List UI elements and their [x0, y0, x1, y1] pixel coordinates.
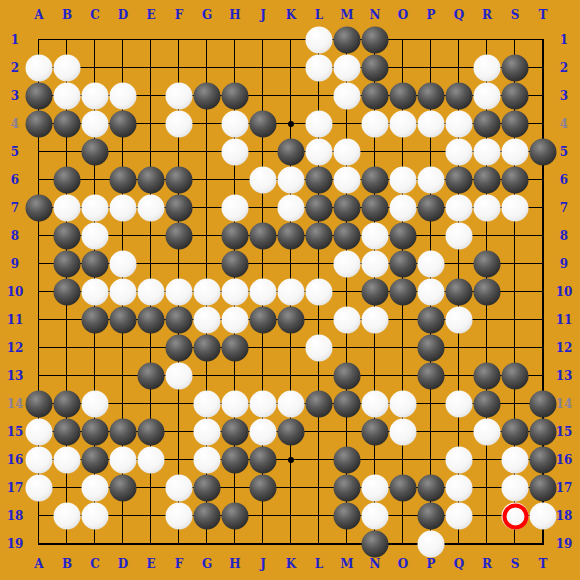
black-stone-B14: [54, 391, 81, 418]
row-label-left-12: 12: [7, 342, 24, 354]
black-stone-D11: [110, 307, 137, 334]
row-label-right-9: 9: [560, 258, 568, 270]
black-stone-M13: [334, 363, 361, 390]
col-label-top-F: F: [175, 9, 184, 21]
white-stone-N9: [362, 251, 389, 278]
col-label-bottom-M: M: [340, 558, 353, 570]
black-stone-D6: [110, 167, 137, 194]
row-label-right-14: 14: [556, 398, 573, 410]
black-stone-E11: [138, 307, 165, 334]
row-label-left-15: 15: [7, 426, 24, 438]
white-stone-P19: [418, 531, 445, 558]
black-stone-C11: [82, 307, 109, 334]
white-stone-J14: [250, 391, 277, 418]
black-stone-H9: [222, 251, 249, 278]
white-stone-N4: [362, 111, 389, 138]
black-stone-J11: [250, 307, 277, 334]
white-stone-A15: [26, 419, 53, 446]
white-stone-S5: [502, 139, 529, 166]
white-stone-Q5: [446, 139, 473, 166]
black-stone-P3: [418, 83, 445, 110]
black-stone-M16: [334, 447, 361, 474]
white-stone-M11: [334, 307, 361, 334]
col-label-top-G: G: [202, 9, 212, 21]
white-stone-F4: [166, 111, 193, 138]
white-stone-C18: [82, 503, 109, 530]
col-label-bottom-N: N: [370, 558, 381, 570]
black-stone-Q3: [446, 83, 473, 110]
white-stone-O7: [390, 195, 417, 222]
black-stone-L8: [306, 223, 333, 250]
col-label-bottom-E: E: [146, 558, 155, 570]
black-stone-P7: [418, 195, 445, 222]
white-stone-Q11: [446, 307, 473, 334]
black-stone-H12: [222, 335, 249, 362]
black-stone-O9: [390, 251, 417, 278]
col-label-bottom-K: K: [286, 558, 296, 570]
black-stone-H8: [222, 223, 249, 250]
row-label-left-9: 9: [11, 258, 19, 270]
black-stone-N3: [362, 83, 389, 110]
black-stone-S13: [502, 363, 529, 390]
black-stone-S2: [502, 55, 529, 82]
col-label-top-D: D: [118, 9, 128, 21]
black-stone-F8: [166, 223, 193, 250]
row-label-right-16: 16: [556, 454, 573, 466]
black-stone-R10: [474, 279, 501, 306]
black-stone-B6: [54, 167, 81, 194]
star-point-K16: [288, 457, 294, 463]
white-stone-G14: [194, 391, 221, 418]
black-stone-N7: [362, 195, 389, 222]
white-stone-N18: [362, 503, 389, 530]
col-label-bottom-H: H: [229, 558, 240, 570]
black-stone-A4: [26, 111, 53, 138]
black-stone-B8: [54, 223, 81, 250]
black-stone-F6: [166, 167, 193, 194]
black-stone-M14: [334, 391, 361, 418]
black-stone-P12: [418, 335, 445, 362]
white-stone-P10: [418, 279, 445, 306]
black-stone-K5: [278, 139, 305, 166]
white-stone-M2: [334, 55, 361, 82]
black-stone-M17: [334, 475, 361, 502]
white-stone-L10: [306, 279, 333, 306]
col-label-top-H: H: [229, 9, 240, 21]
black-stone-H3: [222, 83, 249, 110]
white-stone-H5: [222, 139, 249, 166]
white-stone-O4: [390, 111, 417, 138]
row-label-right-17: 17: [556, 482, 573, 494]
white-stone-B16: [54, 447, 81, 474]
black-stone-N1: [362, 27, 389, 54]
black-stone-E15: [138, 419, 165, 446]
col-label-bottom-B: B: [62, 558, 72, 570]
white-stone-K10: [278, 279, 305, 306]
black-stone-R6: [474, 167, 501, 194]
col-label-top-A: A: [34, 9, 43, 21]
black-stone-E13: [138, 363, 165, 390]
black-stone-S3: [502, 83, 529, 110]
row-label-right-5: 5: [560, 146, 568, 158]
black-stone-L14: [306, 391, 333, 418]
black-stone-J4: [250, 111, 277, 138]
col-label-top-M: M: [340, 9, 353, 21]
white-stone-N14: [362, 391, 389, 418]
white-stone-R7: [474, 195, 501, 222]
white-stone-L2: [306, 55, 333, 82]
black-stone-K11: [278, 307, 305, 334]
black-stone-C15: [82, 419, 109, 446]
white-stone-R3: [474, 83, 501, 110]
black-stone-N6: [362, 167, 389, 194]
white-stone-J15: [250, 419, 277, 446]
white-stone-N8: [362, 223, 389, 250]
col-label-top-B: B: [62, 9, 72, 21]
black-stone-O10: [390, 279, 417, 306]
black-stone-M7: [334, 195, 361, 222]
black-stone-G17: [194, 475, 221, 502]
black-stone-T14: [530, 391, 557, 418]
white-stone-P9: [418, 251, 445, 278]
white-stone-S18: [502, 503, 529, 530]
white-stone-N11: [362, 307, 389, 334]
black-stone-P17: [418, 475, 445, 502]
black-stone-R9: [474, 251, 501, 278]
white-stone-L12: [306, 335, 333, 362]
row-label-left-19: 19: [7, 538, 24, 550]
black-stone-H18: [222, 503, 249, 530]
white-stone-F17: [166, 475, 193, 502]
black-stone-A14: [26, 391, 53, 418]
white-stone-L5: [306, 139, 333, 166]
col-label-bottom-J: J: [260, 558, 266, 570]
black-stone-J17: [250, 475, 277, 502]
row-label-right-4: 4: [560, 118, 568, 130]
row-label-right-7: 7: [560, 202, 568, 214]
black-stone-F12: [166, 335, 193, 362]
white-stone-F3: [166, 83, 193, 110]
white-stone-E10: [138, 279, 165, 306]
row-label-right-1: 1: [560, 34, 568, 46]
row-label-right-6: 6: [560, 174, 568, 186]
col-label-top-E: E: [146, 9, 155, 21]
row-label-right-18: 18: [556, 510, 573, 522]
row-label-right-13: 13: [556, 370, 573, 382]
black-stone-Q10: [446, 279, 473, 306]
black-stone-R4: [474, 111, 501, 138]
col-label-bottom-O: O: [398, 558, 408, 570]
col-label-top-P: P: [426, 9, 435, 21]
white-stone-Q16: [446, 447, 473, 474]
black-stone-F11: [166, 307, 193, 334]
col-label-top-J: J: [260, 9, 266, 21]
white-stone-D10: [110, 279, 137, 306]
white-stone-B3: [54, 83, 81, 110]
white-stone-O15: [390, 419, 417, 446]
white-stone-R15: [474, 419, 501, 446]
white-stone-S7: [502, 195, 529, 222]
black-stone-E6: [138, 167, 165, 194]
col-label-bottom-S: S: [511, 558, 520, 570]
white-stone-A17: [26, 475, 53, 502]
go-board[interactable]: AABBCCDDEEFFGGHHJJKKLLMMNNOOPPQQRRSSTT11…: [0, 0, 580, 580]
white-stone-P4: [418, 111, 445, 138]
col-label-bottom-Q: Q: [454, 558, 464, 570]
black-stone-B10: [54, 279, 81, 306]
col-label-bottom-T: T: [539, 558, 548, 570]
white-stone-Q17: [446, 475, 473, 502]
col-label-bottom-G: G: [202, 558, 212, 570]
white-stone-C8: [82, 223, 109, 250]
col-label-top-S: S: [511, 9, 520, 21]
col-label-bottom-D: D: [118, 558, 128, 570]
white-stone-D3: [110, 83, 137, 110]
row-label-right-15: 15: [556, 426, 573, 438]
white-stone-J6: [250, 167, 277, 194]
black-stone-N19: [362, 531, 389, 558]
col-label-bottom-C: C: [90, 558, 100, 570]
black-stone-N15: [362, 419, 389, 446]
black-stone-S4: [502, 111, 529, 138]
black-stone-P11: [418, 307, 445, 334]
white-stone-C7: [82, 195, 109, 222]
row-label-left-13: 13: [7, 370, 24, 382]
black-stone-N2: [362, 55, 389, 82]
black-stone-D15: [110, 419, 137, 446]
star-point-K4: [288, 121, 294, 127]
row-label-right-3: 3: [560, 90, 568, 102]
white-stone-R5: [474, 139, 501, 166]
white-stone-H14: [222, 391, 249, 418]
black-stone-O17: [390, 475, 417, 502]
col-label-top-N: N: [370, 9, 381, 21]
white-stone-M5: [334, 139, 361, 166]
col-label-top-C: C: [90, 9, 100, 21]
white-stone-F18: [166, 503, 193, 530]
white-stone-S16: [502, 447, 529, 474]
last-move-marker: [502, 503, 528, 529]
black-stone-H16: [222, 447, 249, 474]
row-label-right-19: 19: [556, 538, 573, 550]
black-stone-F7: [166, 195, 193, 222]
col-label-bottom-P: P: [426, 558, 435, 570]
black-stone-O8: [390, 223, 417, 250]
white-stone-N17: [362, 475, 389, 502]
black-stone-K15: [278, 419, 305, 446]
black-stone-S6: [502, 167, 529, 194]
white-stone-C4: [82, 111, 109, 138]
black-stone-B15: [54, 419, 81, 446]
white-stone-M6: [334, 167, 361, 194]
col-label-bottom-F: F: [175, 558, 184, 570]
col-label-bottom-R: R: [482, 558, 492, 570]
white-stone-H11: [222, 307, 249, 334]
white-stone-L1: [306, 27, 333, 54]
white-stone-F10: [166, 279, 193, 306]
row-label-left-11: 11: [7, 314, 24, 326]
white-stone-G11: [194, 307, 221, 334]
black-stone-N10: [362, 279, 389, 306]
row-label-left-4: 4: [11, 118, 19, 130]
white-stone-K6: [278, 167, 305, 194]
white-stone-O14: [390, 391, 417, 418]
black-stone-G3: [194, 83, 221, 110]
white-stone-P6: [418, 167, 445, 194]
white-stone-Q8: [446, 223, 473, 250]
black-stone-B4: [54, 111, 81, 138]
black-stone-M1: [334, 27, 361, 54]
white-stone-A2: [26, 55, 53, 82]
row-label-right-8: 8: [560, 230, 568, 242]
row-label-right-10: 10: [556, 286, 573, 298]
white-stone-J10: [250, 279, 277, 306]
white-stone-D7: [110, 195, 137, 222]
white-stone-M3: [334, 83, 361, 110]
white-stone-K7: [278, 195, 305, 222]
black-stone-R14: [474, 391, 501, 418]
white-stone-D16: [110, 447, 137, 474]
col-label-top-O: O: [398, 9, 408, 21]
col-label-top-Q: Q: [454, 9, 464, 21]
black-stone-A7: [26, 195, 53, 222]
black-stone-D4: [110, 111, 137, 138]
white-stone-G16: [194, 447, 221, 474]
col-label-top-T: T: [539, 9, 548, 21]
black-stone-H15: [222, 419, 249, 446]
row-label-left-18: 18: [7, 510, 24, 522]
white-stone-E16: [138, 447, 165, 474]
row-label-left-1: 1: [11, 34, 19, 46]
black-stone-T15: [530, 419, 557, 446]
white-stone-C14: [82, 391, 109, 418]
black-stone-O3: [390, 83, 417, 110]
white-stone-G10: [194, 279, 221, 306]
col-label-bottom-A: A: [34, 558, 43, 570]
black-stone-T5: [530, 139, 557, 166]
black-stone-D17: [110, 475, 137, 502]
row-label-left-10: 10: [7, 286, 24, 298]
white-stone-H7: [222, 195, 249, 222]
white-stone-A16: [26, 447, 53, 474]
black-stone-L6: [306, 167, 333, 194]
black-stone-P18: [418, 503, 445, 530]
white-stone-S17: [502, 475, 529, 502]
black-stone-G18: [194, 503, 221, 530]
col-label-top-L: L: [315, 9, 323, 21]
row-label-left-5: 5: [11, 146, 19, 158]
black-stone-J16: [250, 447, 277, 474]
white-stone-Q7: [446, 195, 473, 222]
row-label-left-6: 6: [11, 174, 19, 186]
white-stone-M9: [334, 251, 361, 278]
black-stone-M18: [334, 503, 361, 530]
black-stone-B9: [54, 251, 81, 278]
row-label-left-3: 3: [11, 90, 19, 102]
white-stone-E7: [138, 195, 165, 222]
row-label-left-16: 16: [7, 454, 24, 466]
black-stone-G12: [194, 335, 221, 362]
white-stone-H4: [222, 111, 249, 138]
white-stone-B7: [54, 195, 81, 222]
black-stone-Q6: [446, 167, 473, 194]
row-label-left-14: 14: [7, 398, 24, 410]
white-stone-D9: [110, 251, 137, 278]
black-stone-R13: [474, 363, 501, 390]
white-stone-R2: [474, 55, 501, 82]
white-stone-Q18: [446, 503, 473, 530]
black-stone-P13: [418, 363, 445, 390]
black-stone-C5: [82, 139, 109, 166]
black-stone-S15: [502, 419, 529, 446]
white-stone-F13: [166, 363, 193, 390]
white-stone-B18: [54, 503, 81, 530]
row-label-left-7: 7: [11, 202, 19, 214]
black-stone-J8: [250, 223, 277, 250]
white-stone-T18: [530, 503, 557, 530]
white-stone-L4: [306, 111, 333, 138]
black-stone-C16: [82, 447, 109, 474]
white-stone-C10: [82, 279, 109, 306]
white-stone-H10: [222, 279, 249, 306]
white-stone-C3: [82, 83, 109, 110]
black-stone-K8: [278, 223, 305, 250]
white-stone-Q4: [446, 111, 473, 138]
white-stone-G15: [194, 419, 221, 446]
row-label-right-2: 2: [560, 62, 568, 74]
col-label-top-R: R: [482, 9, 492, 21]
black-stone-A3: [26, 83, 53, 110]
col-label-bottom-L: L: [315, 558, 323, 570]
white-stone-O6: [390, 167, 417, 194]
row-label-left-8: 8: [11, 230, 19, 242]
black-stone-T16: [530, 447, 557, 474]
row-label-left-17: 17: [7, 482, 24, 494]
white-stone-K14: [278, 391, 305, 418]
row-label-left-2: 2: [11, 62, 19, 74]
black-stone-C9: [82, 251, 109, 278]
col-label-top-K: K: [286, 9, 296, 21]
black-stone-M8: [334, 223, 361, 250]
row-label-right-11: 11: [556, 314, 573, 326]
row-label-right-12: 12: [556, 342, 573, 354]
white-stone-Q14: [446, 391, 473, 418]
white-stone-B2: [54, 55, 81, 82]
black-stone-T17: [530, 475, 557, 502]
white-stone-C17: [82, 475, 109, 502]
black-stone-L7: [306, 195, 333, 222]
